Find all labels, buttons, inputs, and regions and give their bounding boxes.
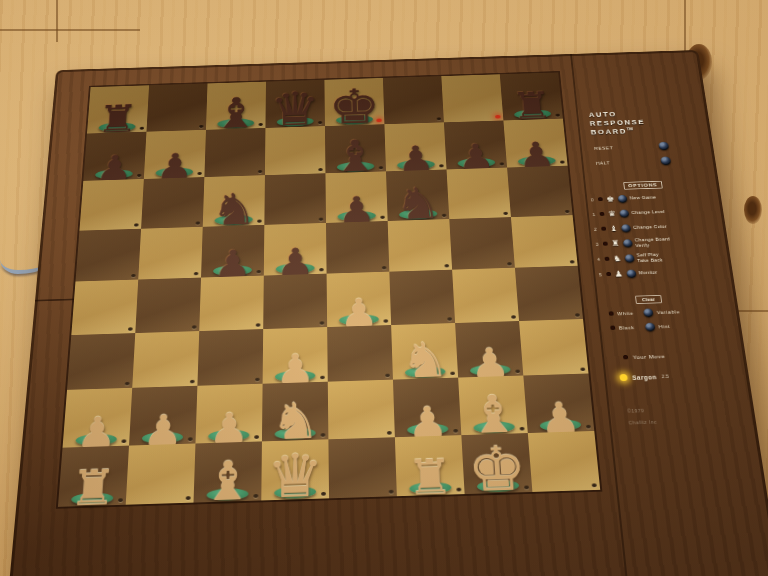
piece-white-rook[interactable]: ♜ bbox=[394, 399, 465, 496]
option-new-game: 0♚New Game bbox=[590, 190, 687, 206]
square-c5[interactable]: ♟ bbox=[201, 224, 264, 277]
color-rows: WhiteVariableBlackHint bbox=[608, 304, 706, 334]
option-led bbox=[606, 272, 611, 276]
square-b7[interactable]: ♟ bbox=[144, 129, 206, 179]
hint-label: Hint bbox=[658, 323, 681, 329]
option-label: Change Level bbox=[631, 209, 665, 215]
option-change-board: 3♜Change BoardVerify bbox=[595, 234, 694, 251]
halt-label: HALT bbox=[596, 160, 611, 165]
square-e2[interactable] bbox=[328, 380, 395, 439]
square-c4[interactable] bbox=[199, 276, 264, 331]
reset-row: RESET bbox=[594, 142, 669, 152]
piece-black-pawn[interactable]: ♟ bbox=[144, 101, 207, 179]
led-hole bbox=[128, 327, 133, 330]
black-label: Black bbox=[619, 324, 642, 330]
square-b2[interactable]: ♟ bbox=[129, 386, 197, 445]
reset-button[interactable] bbox=[658, 142, 669, 150]
square-b5[interactable] bbox=[138, 226, 202, 279]
panel-footer: ©1979 Chafitz Inc bbox=[627, 403, 723, 429]
square-d5[interactable]: ♟ bbox=[264, 223, 327, 276]
pine-table-background: ♜♝♛♚♜♟♟♝♟♟♟♞♟♞♟♟♟♟♞♟♟♟♟♞♟♝♟♜♝♛♜♚ AUTO RE… bbox=[0, 0, 768, 576]
option-button-new-game[interactable] bbox=[618, 195, 628, 203]
board-squares: ♜♝♛♚♜♟♟♝♟♟♟♞♟♞♟♟♟♟♞♟♟♟♟♞♟♝♟♜♝♛♜♚ bbox=[58, 72, 600, 506]
option-label: New Game bbox=[629, 195, 656, 201]
pawn-icon: ♟ bbox=[613, 269, 624, 278]
square-c8[interactable]: ♝ bbox=[206, 82, 266, 130]
led-hole bbox=[570, 260, 575, 263]
queen-icon: ♛ bbox=[607, 209, 618, 218]
led-hole bbox=[503, 211, 508, 214]
white-led bbox=[609, 311, 614, 315]
square-b4[interactable] bbox=[135, 278, 201, 333]
piece-black-knight[interactable]: ♞ bbox=[385, 140, 449, 221]
white-button[interactable] bbox=[643, 308, 653, 317]
square-h6[interactable] bbox=[507, 166, 572, 217]
option-label: Change BoardVerify bbox=[634, 237, 670, 248]
square-a7[interactable]: ♟ bbox=[83, 131, 146, 181]
option-number: 3 bbox=[595, 241, 600, 246]
square-d7[interactable] bbox=[265, 126, 326, 175]
led-hole bbox=[575, 313, 580, 316]
clear-section: Clear WhiteVariableBlackHint bbox=[606, 288, 705, 334]
piece-black-pawn[interactable]: ♟ bbox=[83, 103, 148, 181]
piece-black-pawn[interactable]: ♟ bbox=[442, 92, 507, 170]
option-number: 2 bbox=[594, 227, 599, 232]
led-hole bbox=[192, 325, 197, 328]
your-move-led bbox=[623, 355, 628, 359]
knight-icon: ♞ bbox=[612, 254, 623, 263]
piece-white-pawn[interactable]: ♟ bbox=[521, 339, 595, 432]
option-button-change-color[interactable] bbox=[621, 224, 631, 232]
led-hole bbox=[565, 209, 570, 212]
option-button-change-board[interactable] bbox=[623, 239, 633, 247]
square-a6[interactable] bbox=[79, 179, 143, 230]
bishop-icon: ♝ bbox=[608, 224, 619, 233]
square-g5[interactable] bbox=[449, 217, 515, 270]
square-f1[interactable]: ♜ bbox=[395, 435, 465, 497]
clear-header: Clear bbox=[635, 295, 662, 304]
square-a4[interactable] bbox=[71, 280, 138, 335]
halt-button[interactable] bbox=[660, 156, 671, 165]
king-icon: ♚ bbox=[605, 195, 616, 204]
square-f6[interactable]: ♞ bbox=[386, 169, 449, 220]
option-label: Change Color bbox=[633, 224, 667, 230]
king-glyph: ♚ bbox=[466, 438, 529, 501]
led-hole bbox=[186, 496, 191, 500]
options-section: OPTIONS 0♚New Game1♛Change Level2♝Change… bbox=[589, 175, 699, 281]
frame-joint bbox=[35, 299, 74, 302]
piece-white-king[interactable]: ♚ bbox=[459, 397, 532, 494]
option-monitor: 5♟Monitor bbox=[598, 264, 698, 281]
option-label: Self PlayTake Back bbox=[636, 252, 663, 263]
piece-black-pawn[interactable]: ♟ bbox=[264, 192, 327, 276]
queen-glyph: ♛ bbox=[267, 446, 324, 507]
square-h1[interactable] bbox=[528, 431, 600, 492]
option-led bbox=[603, 242, 608, 246]
your-move-label: Your Move bbox=[632, 353, 665, 360]
square-a5[interactable] bbox=[75, 228, 141, 281]
option-number: 4 bbox=[597, 257, 602, 262]
option-button-self-play[interactable] bbox=[624, 254, 634, 262]
piece-white-queen[interactable]: ♛ bbox=[261, 403, 329, 500]
your-move-row: Your Move bbox=[623, 351, 713, 360]
square-e1[interactable] bbox=[328, 437, 396, 499]
options-list: 0♚New Game1♛Change Level2♝Change Color3♜… bbox=[590, 190, 698, 281]
option-led bbox=[604, 257, 609, 261]
option-led bbox=[601, 227, 606, 231]
option-number: 0 bbox=[591, 197, 596, 202]
square-a1[interactable]: ♜ bbox=[58, 445, 129, 507]
piece-black-pawn[interactable]: ♟ bbox=[201, 194, 265, 278]
option-led bbox=[600, 212, 605, 216]
square-e3[interactable] bbox=[327, 325, 393, 382]
sargon-label: Sargon bbox=[632, 374, 657, 381]
black-led bbox=[610, 326, 615, 330]
piece-black-queen[interactable]: ♛ bbox=[265, 52, 324, 127]
control-panel: AUTO RESPONSE BOARDTM RESET HALT OPTIONS… bbox=[570, 62, 745, 576]
square-b1[interactable] bbox=[126, 443, 196, 505]
square-b6[interactable] bbox=[141, 177, 204, 228]
square-g1[interactable]: ♚ bbox=[461, 433, 532, 494]
piece-white-rook[interactable]: ♜ bbox=[58, 409, 131, 507]
piece-black-bishop[interactable]: ♝ bbox=[206, 54, 266, 130]
sargon-row: Sargon 2.5 bbox=[619, 371, 716, 381]
square-c1[interactable]: ♝ bbox=[193, 441, 261, 503]
led-hole bbox=[592, 483, 597, 487]
square-e6[interactable]: ♟ bbox=[325, 171, 387, 222]
square-h2[interactable]: ♟ bbox=[523, 373, 594, 432]
led-hole bbox=[389, 490, 394, 494]
sargon-led-lit bbox=[619, 374, 627, 381]
piece-white-pawn[interactable]: ♟ bbox=[129, 351, 199, 445]
variable-label: Variable bbox=[656, 309, 679, 315]
square-h5[interactable] bbox=[511, 215, 578, 268]
option-button-change-level[interactable] bbox=[619, 209, 629, 217]
black-button[interactable] bbox=[645, 322, 655, 331]
square-e4[interactable]: ♟ bbox=[327, 272, 392, 327]
led-hole bbox=[507, 262, 512, 265]
halt-row: HALT bbox=[595, 156, 671, 167]
square-d8[interactable]: ♛ bbox=[265, 80, 324, 128]
reset-label: RESET bbox=[594, 145, 613, 150]
led-hole bbox=[318, 168, 322, 171]
option-led bbox=[598, 197, 603, 201]
option-button-monitor[interactable] bbox=[626, 269, 636, 277]
led-hole bbox=[444, 264, 449, 267]
square-g7[interactable]: ♟ bbox=[444, 120, 507, 169]
piece-white-pawn[interactable]: ♟ bbox=[326, 240, 391, 327]
led-hole bbox=[131, 274, 136, 277]
led-hole bbox=[134, 223, 139, 226]
square-f5[interactable] bbox=[388, 219, 452, 272]
option-number: 1 bbox=[592, 212, 597, 217]
black-row: BlackHint bbox=[610, 319, 706, 335]
option-change-level: 1♛Change Level bbox=[592, 205, 690, 221]
white-row: WhiteVariable bbox=[608, 304, 703, 319]
square-h4[interactable] bbox=[515, 266, 583, 321]
square-h7[interactable]: ♟ bbox=[503, 118, 567, 167]
chess-computer-board: ♜♝♛♚♜♟♟♝♟♟♟♞♟♞♟♟♟♟♞♟♟♟♟♞♟♝♟♜♝♛♜♚ AUTO RE… bbox=[7, 50, 768, 576]
square-g6[interactable] bbox=[447, 168, 511, 219]
sargon-version: 2.5 bbox=[661, 374, 669, 379]
rook-icon: ♜ bbox=[610, 239, 621, 248]
option-self-play: 4♞Self PlayTake Back bbox=[597, 249, 696, 266]
piece-white-bishop[interactable]: ♝ bbox=[193, 405, 262, 502]
brand-text: AUTO RESPONSE BOARDTM bbox=[588, 109, 675, 138]
led-hole bbox=[194, 272, 199, 275]
led-hole bbox=[256, 323, 261, 326]
option-label: Monitor bbox=[638, 270, 657, 276]
led-hole bbox=[385, 374, 390, 378]
led-hole bbox=[387, 431, 392, 435]
option-change-color: 2♝Change Color bbox=[593, 219, 691, 235]
led-hole bbox=[196, 221, 201, 224]
option-number: 5 bbox=[599, 272, 604, 277]
bishop-glyph: ♝ bbox=[201, 453, 254, 508]
rook-glyph: ♜ bbox=[68, 463, 117, 513]
rook-glyph: ♜ bbox=[406, 453, 454, 503]
options-header: OPTIONS bbox=[623, 181, 662, 190]
piece-black-pawn[interactable]: ♟ bbox=[325, 142, 388, 223]
white-label: White bbox=[617, 310, 640, 316]
piece-black-pawn[interactable]: ♟ bbox=[501, 90, 567, 168]
square-d1[interactable]: ♛ bbox=[261, 439, 329, 501]
